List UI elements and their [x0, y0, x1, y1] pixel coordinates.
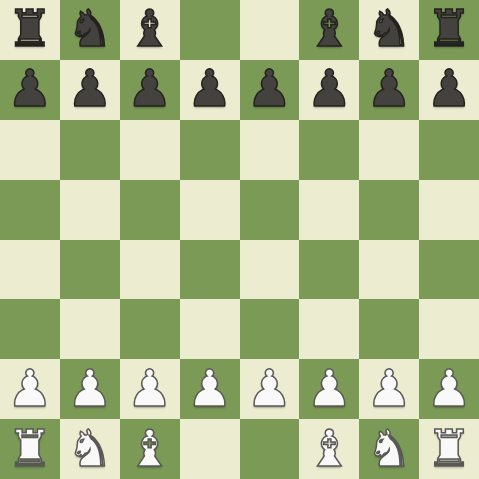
square-h3[interactable]	[419, 299, 479, 359]
square-g4[interactable]	[359, 240, 419, 300]
square-b3[interactable]	[60, 299, 120, 359]
white-knight[interactable]: ♞	[366, 423, 412, 474]
square-e4[interactable]	[240, 240, 300, 300]
white-knight[interactable]: ♞	[67, 423, 113, 474]
white-pawn[interactable]: ♟	[187, 363, 233, 414]
square-e2[interactable]: ♟	[240, 359, 300, 419]
square-g3[interactable]	[359, 299, 419, 359]
square-e8[interactable]	[240, 0, 300, 60]
square-f6[interactable]	[299, 120, 359, 180]
square-f2[interactable]: ♟	[299, 359, 359, 419]
square-f7[interactable]: ♟	[299, 60, 359, 120]
black-pawn[interactable]: ♟	[187, 63, 233, 114]
black-knight[interactable]: ♞	[366, 3, 412, 54]
square-a4[interactable]	[0, 240, 60, 300]
square-e3[interactable]	[240, 299, 300, 359]
square-b5[interactable]	[60, 180, 120, 240]
white-rook[interactable]: ♜	[426, 423, 472, 474]
square-d1[interactable]	[180, 419, 240, 479]
square-g5[interactable]	[359, 180, 419, 240]
square-d8[interactable]	[180, 0, 240, 60]
square-g8[interactable]: ♞	[359, 0, 419, 60]
square-h6[interactable]	[419, 120, 479, 180]
square-e6[interactable]	[240, 120, 300, 180]
square-d7[interactable]: ♟	[180, 60, 240, 120]
black-pawn[interactable]: ♟	[247, 63, 293, 114]
square-h5[interactable]	[419, 180, 479, 240]
square-f4[interactable]	[299, 240, 359, 300]
black-pawn[interactable]: ♟	[67, 63, 113, 114]
square-g7[interactable]: ♟	[359, 60, 419, 120]
white-rook[interactable]: ♜	[7, 423, 53, 474]
square-b1[interactable]: ♞	[60, 419, 120, 479]
square-b7[interactable]: ♟	[60, 60, 120, 120]
square-a7[interactable]: ♟	[0, 60, 60, 120]
square-h8[interactable]: ♜	[419, 0, 479, 60]
black-pawn[interactable]: ♟	[306, 63, 352, 114]
black-pawn[interactable]: ♟	[366, 63, 412, 114]
square-d6[interactable]	[180, 120, 240, 180]
square-f3[interactable]	[299, 299, 359, 359]
square-c6[interactable]	[120, 120, 180, 180]
square-e7[interactable]: ♟	[240, 60, 300, 120]
square-f1[interactable]: ♝	[299, 419, 359, 479]
white-pawn[interactable]: ♟	[127, 363, 173, 414]
square-c1[interactable]: ♝	[120, 419, 180, 479]
white-bishop[interactable]: ♝	[306, 423, 352, 474]
black-pawn[interactable]: ♟	[127, 63, 173, 114]
white-pawn[interactable]: ♟	[426, 363, 472, 414]
chess-board: ♜♞♝♝♞♜♟♟♟♟♟♟♟♟♟♟♟♟♟♟♟♟♜♞♝♝♞♜	[0, 0, 479, 479]
black-rook[interactable]: ♜	[7, 3, 53, 54]
square-a1[interactable]: ♜	[0, 419, 60, 479]
square-c4[interactable]	[120, 240, 180, 300]
square-h4[interactable]	[419, 240, 479, 300]
square-a2[interactable]: ♟	[0, 359, 60, 419]
white-pawn[interactable]: ♟	[7, 363, 53, 414]
black-rook[interactable]: ♜	[426, 3, 472, 54]
square-a5[interactable]	[0, 180, 60, 240]
square-f8[interactable]: ♝	[299, 0, 359, 60]
white-bishop[interactable]: ♝	[127, 423, 173, 474]
square-h2[interactable]: ♟	[419, 359, 479, 419]
white-pawn[interactable]: ♟	[366, 363, 412, 414]
square-c5[interactable]	[120, 180, 180, 240]
square-f5[interactable]	[299, 180, 359, 240]
square-b4[interactable]	[60, 240, 120, 300]
square-d2[interactable]: ♟	[180, 359, 240, 419]
white-pawn[interactable]: ♟	[67, 363, 113, 414]
square-a6[interactable]	[0, 120, 60, 180]
square-e1[interactable]	[240, 419, 300, 479]
square-d4[interactable]	[180, 240, 240, 300]
square-d5[interactable]	[180, 180, 240, 240]
white-pawn[interactable]: ♟	[247, 363, 293, 414]
black-knight[interactable]: ♞	[67, 3, 113, 54]
square-g1[interactable]: ♞	[359, 419, 419, 479]
square-c3[interactable]	[120, 299, 180, 359]
square-c7[interactable]: ♟	[120, 60, 180, 120]
black-pawn[interactable]: ♟	[426, 63, 472, 114]
square-c2[interactable]: ♟	[120, 359, 180, 419]
square-e5[interactable]	[240, 180, 300, 240]
square-d3[interactable]	[180, 299, 240, 359]
square-a8[interactable]: ♜	[0, 0, 60, 60]
square-h1[interactable]: ♜	[419, 419, 479, 479]
square-b2[interactable]: ♟	[60, 359, 120, 419]
square-g6[interactable]	[359, 120, 419, 180]
square-a3[interactable]	[0, 299, 60, 359]
white-pawn[interactable]: ♟	[306, 363, 352, 414]
square-c8[interactable]: ♝	[120, 0, 180, 60]
square-g2[interactable]: ♟	[359, 359, 419, 419]
square-b6[interactable]	[60, 120, 120, 180]
black-pawn[interactable]: ♟	[7, 63, 53, 114]
black-bishop[interactable]: ♝	[306, 3, 352, 54]
square-h7[interactable]: ♟	[419, 60, 479, 120]
black-bishop[interactable]: ♝	[127, 3, 173, 54]
square-b8[interactable]: ♞	[60, 0, 120, 60]
